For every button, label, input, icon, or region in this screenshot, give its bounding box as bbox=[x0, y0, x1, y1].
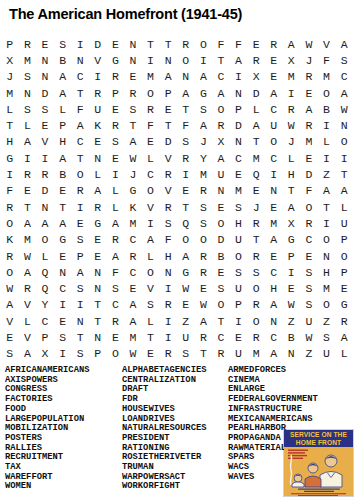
grid-cell: R bbox=[300, 117, 318, 133]
grid-cell: S bbox=[19, 101, 37, 117]
grid-cell: U bbox=[318, 346, 336, 362]
grid-cell: C bbox=[265, 101, 283, 117]
grid-cell: N bbox=[177, 69, 195, 85]
grid-cell: R bbox=[36, 166, 54, 182]
grid-cell: G bbox=[124, 183, 142, 199]
grid-cell: R bbox=[212, 117, 230, 133]
grid-cell: R bbox=[89, 85, 107, 101]
grid-cell: W bbox=[19, 248, 37, 264]
grid-cell: A bbox=[265, 232, 283, 248]
grid-cell: A bbox=[107, 215, 125, 231]
grid-cell: X bbox=[247, 69, 265, 85]
grid-cell: U bbox=[230, 280, 248, 296]
grid-cell: R bbox=[89, 199, 107, 215]
grid-cell: F bbox=[71, 101, 89, 117]
grid-cell: E bbox=[54, 183, 72, 199]
grid-cell: I bbox=[265, 166, 283, 182]
grid-cell: R bbox=[265, 36, 283, 52]
grid-cell: T bbox=[54, 199, 72, 215]
grid-cell: R bbox=[335, 313, 353, 329]
grid-cell: E bbox=[107, 150, 125, 166]
grid-cell: I bbox=[142, 215, 160, 231]
grid-cell: L bbox=[318, 134, 336, 150]
grid-cell: A bbox=[36, 215, 54, 231]
grid-cell: A bbox=[54, 215, 72, 231]
grid-cell: W bbox=[335, 101, 353, 117]
grid-cell: G bbox=[195, 85, 213, 101]
grid-cell: Y bbox=[195, 150, 213, 166]
grid-cell: A bbox=[195, 117, 213, 133]
grid-cell: O bbox=[318, 297, 336, 313]
word-list-column-1: AFRICANAMERICANSAXISPOWERSCONGRESSFACTOR… bbox=[5, 366, 89, 492]
grid-cell: D bbox=[300, 166, 318, 182]
grid-cell: O bbox=[335, 134, 353, 150]
grid-cell: H bbox=[318, 264, 336, 280]
grid-cell: V bbox=[36, 134, 54, 150]
grid-cell: T bbox=[1, 117, 19, 133]
page-title: The American Homefront (1941-45) bbox=[9, 6, 242, 22]
grid-cell: S bbox=[107, 134, 125, 150]
grid-cell: I bbox=[230, 313, 248, 329]
grid-cell: C bbox=[335, 69, 353, 85]
grid-cell: A bbox=[107, 248, 125, 264]
grid-cell: C bbox=[71, 134, 89, 150]
grid-cell: G bbox=[335, 297, 353, 313]
grid-cell: I bbox=[71, 36, 89, 52]
grid-cell: T bbox=[71, 329, 89, 345]
grid-cell: G bbox=[54, 232, 72, 248]
grid-cell: L bbox=[142, 313, 160, 329]
grid-cell: M bbox=[195, 166, 213, 182]
grid-cell: R bbox=[1, 199, 19, 215]
grid-cell: N bbox=[89, 329, 107, 345]
grid-cell: S bbox=[71, 232, 89, 248]
grid-cell: A bbox=[142, 232, 160, 248]
grid-cell: I bbox=[283, 264, 301, 280]
grid-cell: E bbox=[89, 232, 107, 248]
grid-cell: N bbox=[36, 52, 54, 68]
grid-cell: W bbox=[177, 280, 195, 296]
grid-cell: I bbox=[159, 329, 177, 345]
grid-cell: W bbox=[283, 297, 301, 313]
grid-cell: A bbox=[177, 85, 195, 101]
grid-cell: S bbox=[195, 215, 213, 231]
grid-cell: P bbox=[283, 248, 301, 264]
grid-cell: E bbox=[124, 69, 142, 85]
grid-cell: W bbox=[300, 36, 318, 52]
grid-cell: V bbox=[89, 52, 107, 68]
grid-cell: Q bbox=[177, 215, 195, 231]
grid-cell: P bbox=[107, 85, 125, 101]
grid-cell: T bbox=[212, 313, 230, 329]
grid-cell: G bbox=[89, 215, 107, 231]
grid-cell: K bbox=[89, 117, 107, 133]
grid-cell: P bbox=[1, 36, 19, 52]
grid-cell: A bbox=[335, 183, 353, 199]
grid-cell: C bbox=[212, 329, 230, 345]
grid-cell: T bbox=[89, 313, 107, 329]
grid-cell: A bbox=[19, 346, 37, 362]
grid-cell: S bbox=[177, 134, 195, 150]
grid-cell: D bbox=[159, 134, 177, 150]
grid-cell: O bbox=[36, 232, 54, 248]
grid-cell: H bbox=[1, 134, 19, 150]
grid-cell: O bbox=[265, 134, 283, 150]
grid-cell: R bbox=[107, 117, 125, 133]
grid-cell: O bbox=[142, 264, 160, 280]
grid-cell: C bbox=[71, 69, 89, 85]
grid-cell: I bbox=[335, 150, 353, 166]
grid-cell: N bbox=[230, 85, 248, 101]
grid-cell: N bbox=[71, 52, 89, 68]
grid-cell: A bbox=[335, 85, 353, 101]
word-list-item: WOMEN bbox=[5, 482, 89, 492]
grid-cell: E bbox=[107, 101, 125, 117]
grid-cell: C bbox=[107, 297, 125, 313]
grid-cell: I bbox=[195, 52, 213, 68]
grid-cell: O bbox=[212, 215, 230, 231]
grid-cell: C bbox=[212, 69, 230, 85]
grid-cell: M bbox=[247, 150, 265, 166]
grid-cell: X bbox=[212, 134, 230, 150]
grid-cell: A bbox=[54, 85, 72, 101]
grid-cell: E bbox=[212, 264, 230, 280]
grid-cell: F bbox=[230, 36, 248, 52]
grid-cell: O bbox=[142, 85, 160, 101]
grid-cell: M bbox=[265, 215, 283, 231]
grid-cell: W bbox=[1, 280, 19, 296]
grid-cell: P bbox=[54, 117, 72, 133]
grid-cell: R bbox=[300, 215, 318, 231]
grid-cell: X bbox=[36, 346, 54, 362]
grid-cell: N bbox=[230, 134, 248, 150]
grid-cell: N bbox=[283, 346, 301, 362]
grid-cell: A bbox=[54, 150, 72, 166]
grid-cell: A bbox=[19, 134, 37, 150]
grid-cell: X bbox=[1, 52, 19, 68]
grid-cell: A bbox=[283, 199, 301, 215]
grid-cell: J bbox=[300, 52, 318, 68]
grid-cell: R bbox=[247, 329, 265, 345]
grid-cell: M bbox=[19, 52, 37, 68]
word-list-column-2: ALPHABETAGENCIESCENTRALIZATIONDRAFTFDRHO… bbox=[122, 366, 206, 492]
grid-cell: I bbox=[54, 297, 72, 313]
grid-cell: R bbox=[19, 280, 37, 296]
grid-cell: O bbox=[195, 36, 213, 52]
grid-cell: H bbox=[159, 248, 177, 264]
grid-cell: T bbox=[247, 134, 265, 150]
grid-cell: R bbox=[247, 215, 265, 231]
grid-cell: I bbox=[318, 150, 336, 166]
grid-cell: A bbox=[177, 248, 195, 264]
grid-cell: P bbox=[89, 346, 107, 362]
grid-cell: S bbox=[1, 346, 19, 362]
grid-cell: E bbox=[177, 183, 195, 199]
grid-cell: R bbox=[159, 166, 177, 182]
grid-cell: S bbox=[177, 346, 195, 362]
grid-cell: O bbox=[335, 248, 353, 264]
grid-cell: W bbox=[300, 329, 318, 345]
grid-cell: E bbox=[54, 248, 72, 264]
grid-cell: L bbox=[36, 248, 54, 264]
grid-cell: M bbox=[318, 69, 336, 85]
grid-cell: C bbox=[265, 150, 283, 166]
grid-cell: H bbox=[230, 215, 248, 231]
grid-cell: E bbox=[230, 166, 248, 182]
grid-cell: E bbox=[142, 134, 160, 150]
grid-cell: T bbox=[318, 199, 336, 215]
grid-cell: V bbox=[159, 150, 177, 166]
grid-cell: F bbox=[318, 52, 336, 68]
grid-cell: A bbox=[19, 215, 37, 231]
grid-cell: A bbox=[124, 297, 142, 313]
grid-cell: S bbox=[71, 346, 89, 362]
grid-cell: L bbox=[142, 248, 160, 264]
grid-cell: T bbox=[283, 183, 301, 199]
grid-cell: N bbox=[124, 52, 142, 68]
grid-cell: R bbox=[124, 248, 142, 264]
grid-cell: E bbox=[230, 329, 248, 345]
grid-cell: E bbox=[1, 329, 19, 345]
grid-cell: R bbox=[195, 248, 213, 264]
grid-cell: E bbox=[335, 280, 353, 296]
grid-cell: R bbox=[1, 248, 19, 264]
grid-cell: P bbox=[335, 232, 353, 248]
grid-cell: O bbox=[300, 199, 318, 215]
grid-cell: S bbox=[124, 101, 142, 117]
grid-cell: G bbox=[283, 232, 301, 248]
grid-cell: W bbox=[195, 297, 213, 313]
grid-cell: T bbox=[159, 117, 177, 133]
grid-cell: N bbox=[265, 313, 283, 329]
grid-cell: Z bbox=[283, 313, 301, 329]
grid-cell: I bbox=[283, 85, 301, 101]
grid-cell: L bbox=[89, 166, 107, 182]
grid-cell: T bbox=[177, 199, 195, 215]
family-illustration-icon bbox=[284, 447, 353, 496]
grid-cell: U bbox=[265, 117, 283, 133]
grid-cell: D bbox=[212, 232, 230, 248]
grid-cell: B bbox=[212, 248, 230, 264]
grid-cell: J bbox=[124, 166, 142, 182]
grid-cell: O bbox=[195, 232, 213, 248]
grid-cell: R bbox=[177, 36, 195, 52]
grid-cell: P bbox=[230, 297, 248, 313]
grid-cell: E bbox=[283, 280, 301, 296]
grid-cell: T bbox=[71, 150, 89, 166]
grid-cell: E bbox=[71, 215, 89, 231]
grid-cell: E bbox=[19, 183, 37, 199]
grid-cell: I bbox=[36, 150, 54, 166]
grid-cell: A bbox=[283, 36, 301, 52]
grid-cell: V bbox=[19, 297, 37, 313]
grid-cell: K bbox=[1, 232, 19, 248]
grid-cell: I bbox=[318, 117, 336, 133]
grid-cell: J bbox=[195, 134, 213, 150]
grid-cell: M bbox=[318, 280, 336, 296]
grid-cell: A bbox=[71, 117, 89, 133]
grid-cell: D bbox=[247, 85, 265, 101]
grid-cell: W bbox=[283, 117, 301, 133]
grid-cell: U bbox=[177, 329, 195, 345]
word-list-item: WORKORFIGHT bbox=[122, 482, 206, 492]
grid-cell: O bbox=[212, 101, 230, 117]
grid-cell: P bbox=[230, 101, 248, 117]
grid-cell: Z bbox=[318, 313, 336, 329]
grid-cell: T bbox=[142, 329, 160, 345]
grid-cell: F bbox=[212, 36, 230, 52]
grid-cell: S bbox=[247, 264, 265, 280]
grid-cell: B bbox=[283, 329, 301, 345]
grid-cell: C bbox=[124, 232, 142, 248]
grid-cell: S bbox=[54, 36, 72, 52]
grid-cell: A bbox=[1, 297, 19, 313]
grid-cell: J bbox=[283, 134, 301, 150]
grid-cell: D bbox=[36, 183, 54, 199]
grid-cell: R bbox=[107, 69, 125, 85]
grid-cell: A bbox=[265, 346, 283, 362]
grid-cell: A bbox=[212, 85, 230, 101]
grid-cell: E bbox=[89, 248, 107, 264]
grid-cell: U bbox=[230, 346, 248, 362]
grid-cell: O bbox=[212, 297, 230, 313]
grid-cell: O bbox=[230, 248, 248, 264]
grid-cell: D bbox=[36, 85, 54, 101]
grid-cell: E bbox=[212, 199, 230, 215]
grid-cell: A bbox=[159, 69, 177, 85]
grid-cell: S bbox=[36, 101, 54, 117]
grid-cell: E bbox=[36, 117, 54, 133]
grid-cell: F bbox=[1, 183, 19, 199]
grid-cell: L bbox=[107, 199, 125, 215]
grid-cell: E bbox=[300, 150, 318, 166]
grid-cell: A bbox=[300, 101, 318, 117]
grid-cell: S bbox=[300, 264, 318, 280]
grid-cell: K bbox=[124, 199, 142, 215]
grid-cell: E bbox=[177, 297, 195, 313]
grid-cell: A bbox=[195, 313, 213, 329]
grid-cell: I bbox=[159, 313, 177, 329]
grid-cell: N bbox=[19, 85, 37, 101]
grid-cell: A bbox=[89, 183, 107, 199]
grid-cell: S bbox=[300, 297, 318, 313]
grid-cell: L bbox=[19, 117, 37, 133]
grid-cell: T bbox=[89, 297, 107, 313]
grid-cell: I bbox=[230, 69, 248, 85]
grid-cell: E bbox=[265, 248, 283, 264]
grid-cell: R bbox=[71, 183, 89, 199]
grid-cell: S bbox=[318, 329, 336, 345]
grid-cell: C bbox=[265, 264, 283, 280]
grid-cell: R bbox=[159, 199, 177, 215]
grid-cell: N bbox=[318, 248, 336, 264]
grid-cell: D bbox=[89, 36, 107, 52]
home-front-poster: SERVICE ON THE HOME FRONT bbox=[284, 430, 353, 496]
grid-cell: E bbox=[300, 85, 318, 101]
grid-cell: V bbox=[19, 329, 37, 345]
grid-cell: R bbox=[247, 248, 265, 264]
poster-title-line1: SERVICE ON THE bbox=[290, 431, 347, 438]
grid-cell: M bbox=[247, 346, 265, 362]
grid-cell: P bbox=[36, 329, 54, 345]
grid-cell: D bbox=[230, 117, 248, 133]
grid-cell: E bbox=[159, 101, 177, 117]
grid-cell: E bbox=[54, 313, 72, 329]
grid-cell: A bbox=[265, 297, 283, 313]
grid-cell: O bbox=[1, 264, 19, 280]
grid-cell: E bbox=[265, 199, 283, 215]
poster-title-line2: HOME FRONT bbox=[296, 439, 341, 446]
grid-cell: F bbox=[300, 183, 318, 199]
grid-cell: R bbox=[283, 101, 301, 117]
grid-cell: I bbox=[159, 280, 177, 296]
grid-cell: N bbox=[89, 150, 107, 166]
grid-cell: Q bbox=[36, 280, 54, 296]
grid-cell: Z bbox=[177, 313, 195, 329]
grid-cell: A bbox=[230, 52, 248, 68]
grid-cell: E bbox=[265, 52, 283, 68]
grid-cell: U bbox=[89, 101, 107, 117]
grid-cell: A bbox=[335, 329, 353, 345]
grid-cell: H bbox=[54, 134, 72, 150]
grid-cell: R bbox=[107, 232, 125, 248]
grid-cell: I bbox=[19, 150, 37, 166]
grid-cell: A bbox=[54, 69, 72, 85]
grid-cell: S bbox=[300, 280, 318, 296]
grid-cell: S bbox=[54, 329, 72, 345]
grid-cell: G bbox=[1, 150, 19, 166]
grid-cell: O bbox=[71, 166, 89, 182]
grid-cell: A bbox=[124, 313, 142, 329]
grid-cell: R bbox=[195, 329, 213, 345]
grid-cell: U bbox=[300, 313, 318, 329]
grid-cell: M bbox=[19, 232, 37, 248]
grid-cell: E bbox=[300, 248, 318, 264]
grid-cell: L bbox=[247, 101, 265, 117]
grid-cell: T bbox=[159, 36, 177, 52]
grid-cell: F bbox=[107, 264, 125, 280]
grid-cell: M bbox=[300, 134, 318, 150]
grid-cell: O bbox=[247, 280, 265, 296]
grid-cell: A bbox=[212, 150, 230, 166]
grid-cell: A bbox=[195, 69, 213, 85]
word-search-worksheet: The American Homefront (1941-45) PRESIDE… bbox=[0, 0, 354, 500]
grid-cell: R bbox=[247, 297, 265, 313]
grid-cell: S bbox=[230, 199, 248, 215]
grid-cell: S bbox=[212, 280, 230, 296]
grid-cell: S bbox=[71, 280, 89, 296]
grid-cell: I bbox=[71, 297, 89, 313]
grid-cell: N bbox=[159, 52, 177, 68]
grid-cell: N bbox=[159, 264, 177, 280]
grid-cell: L bbox=[1, 101, 19, 117]
grid-cell: R bbox=[247, 52, 265, 68]
grid-cell: A bbox=[124, 134, 142, 150]
grid-cell: O bbox=[318, 232, 336, 248]
grid-cell: C bbox=[230, 150, 248, 166]
grid-cell: M bbox=[124, 215, 142, 231]
grid-cell: T bbox=[195, 346, 213, 362]
grid-cell: C bbox=[54, 280, 72, 296]
grid-cell: J bbox=[247, 199, 265, 215]
grid-cell: P bbox=[71, 248, 89, 264]
grid-cell: L bbox=[335, 199, 353, 215]
grid-cell: N bbox=[36, 69, 54, 85]
grid-cell: X bbox=[283, 215, 301, 231]
grid-cell: M bbox=[1, 85, 19, 101]
grid-cell: C bbox=[142, 166, 160, 182]
grid-cell: T bbox=[177, 101, 195, 117]
